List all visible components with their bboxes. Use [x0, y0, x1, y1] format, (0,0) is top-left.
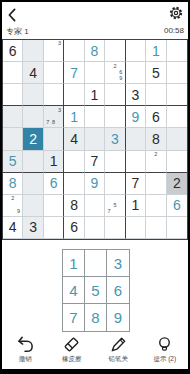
pad-key-2[interactable] — [85, 250, 107, 277]
cell-r9c8[interactable] — [146, 217, 166, 239]
cell-r2c7[interactable] — [126, 62, 146, 84]
cell-r9c1[interactable]: 4 — [3, 217, 23, 239]
cell-r7c8[interactable] — [146, 173, 166, 195]
cell-r4c8[interactable]: 6 — [146, 106, 166, 128]
pencil-marks-r1c3: 3 — [45, 41, 62, 60]
cell-r2c6[interactable]: 269 — [105, 62, 125, 84]
cell-r7c2[interactable] — [23, 173, 43, 195]
cell-r3c5[interactable]: 1 — [85, 84, 105, 106]
cell-r6c8[interactable]: 2 — [146, 151, 166, 173]
bulb-icon — [155, 335, 174, 354]
eraser-button[interactable]: 橡皮擦 — [49, 333, 96, 369]
sudoku-app: 专家 1 00:58 63814726951337819624385172869… — [2, 2, 188, 369]
cell-r5c1[interactable] — [3, 128, 23, 150]
cell-r5c8[interactable]: 8 — [146, 128, 166, 150]
hint-label: 提示 (2) — [153, 355, 176, 364]
cell-r5c2[interactable]: 2 — [23, 128, 43, 150]
cell-r4c1[interactable] — [3, 106, 23, 128]
pad-key-6[interactable]: 6 — [107, 277, 129, 304]
cell-r8c8[interactable] — [146, 195, 166, 217]
cell-r5c4[interactable]: 4 — [64, 128, 84, 150]
cell-r4c3[interactable]: 378 — [44, 106, 64, 128]
cell-r4c5[interactable] — [85, 106, 105, 128]
cell-r9c6[interactable] — [105, 217, 125, 239]
cell-r5c9[interactable] — [167, 128, 187, 150]
cell-r4c6[interactable] — [105, 106, 125, 128]
pad-key-9[interactable]: 9 — [107, 304, 129, 331]
cell-r2c9[interactable] — [167, 62, 187, 84]
cell-r9c3[interactable] — [44, 217, 64, 239]
cell-r7c5[interactable]: 9 — [85, 173, 105, 195]
pencil-label: 铅笔关 — [109, 355, 129, 364]
pad-key-3[interactable]: 3 — [107, 250, 129, 277]
cell-r3c1[interactable] — [3, 84, 23, 106]
cell-r3c6[interactable] — [105, 84, 125, 106]
cell-r4c7[interactable]: 9 — [126, 106, 146, 128]
pencil-marks-r8c6: 57 — [106, 196, 123, 215]
cell-r3c4[interactable] — [64, 84, 84, 106]
cell-r8c7[interactable]: 1 — [126, 195, 146, 217]
cell-r9c5[interactable] — [85, 217, 105, 239]
sudoku-grid: 6381472695133781962438517286972298571643… — [2, 39, 188, 240]
cell-r1c4[interactable] — [64, 40, 84, 62]
pad-key-8[interactable]: 8 — [85, 304, 107, 331]
cell-r7c1[interactable]: 8 — [3, 173, 23, 195]
cell-r8c5[interactable] — [85, 195, 105, 217]
cell-r6c1[interactable]: 5 — [3, 151, 23, 173]
difficulty-label: 专家 1 — [6, 26, 29, 37]
cell-r1c1[interactable]: 6 — [3, 40, 23, 62]
cell-r4c4[interactable]: 1 — [64, 106, 84, 128]
cell-r6c9[interactable] — [167, 151, 187, 173]
cell-r9c4[interactable]: 6 — [64, 217, 84, 239]
cell-r1c3[interactable]: 3 — [44, 40, 64, 62]
cell-r5c6[interactable]: 3 — [105, 128, 125, 150]
cell-r8c3[interactable] — [44, 195, 64, 217]
cell-r9c9[interactable] — [167, 217, 187, 239]
pencil-icon — [109, 335, 128, 354]
cell-r7c7[interactable]: 7 — [126, 173, 146, 195]
cell-r6c3[interactable]: 1 — [44, 151, 64, 173]
number-pad: 13456789 — [62, 249, 130, 332]
cell-r7c9[interactable]: 2 — [167, 173, 187, 195]
cell-r1c2[interactable] — [23, 40, 43, 62]
cell-r2c3[interactable] — [44, 62, 64, 84]
cell-r1c9[interactable] — [167, 40, 187, 62]
cell-r1c8[interactable]: 1 — [146, 40, 166, 62]
back-button[interactable] — [5, 7, 21, 23]
pencil-marks-r2c6: 269 — [106, 63, 123, 82]
cell-r8c9[interactable]: 6 — [167, 195, 187, 217]
cell-r8c6[interactable]: 57 — [105, 195, 125, 217]
undo-label: 撤销 — [19, 355, 32, 364]
back-chevron-icon — [5, 7, 21, 23]
pencil-marks-r8c1: 29 — [4, 196, 21, 215]
pencil-button[interactable]: 铅笔关 — [95, 333, 142, 369]
cell-r3c7[interactable]: 3 — [126, 84, 146, 106]
undo-icon — [16, 335, 35, 354]
cell-r2c1[interactable] — [3, 62, 23, 84]
cell-r4c2[interactable] — [23, 106, 43, 128]
cell-r2c5[interactable] — [85, 62, 105, 84]
hint-button[interactable]: 提示 (2) — [142, 333, 189, 369]
cell-r2c2[interactable]: 4 — [23, 62, 43, 84]
cell-r9c2[interactable]: 3 — [23, 217, 43, 239]
pad-key-4[interactable]: 4 — [63, 277, 85, 304]
cell-r8c1[interactable]: 29 — [3, 195, 23, 217]
cell-r6c7[interactable] — [126, 151, 146, 173]
cell-r1c5[interactable]: 8 — [85, 40, 105, 62]
cell-r2c4[interactable]: 7 — [64, 62, 84, 84]
cell-r5c7[interactable] — [126, 128, 146, 150]
cell-r7c6[interactable] — [105, 173, 125, 195]
cell-r9c7[interactable] — [126, 217, 146, 239]
gear-icon — [168, 5, 184, 21]
cell-r3c8[interactable] — [146, 84, 166, 106]
cell-r6c4[interactable] — [64, 151, 84, 173]
cell-r5c3[interactable] — [44, 128, 64, 150]
cell-r7c3[interactable]: 6 — [44, 173, 64, 195]
cell-r7c4[interactable] — [64, 173, 84, 195]
cell-r3c3[interactable] — [44, 84, 64, 106]
pad-key-7[interactable]: 7 — [63, 304, 85, 331]
cell-r3c9[interactable] — [167, 84, 187, 106]
pencil-marks-r6c8: 2 — [147, 152, 164, 171]
cell-r6c6[interactable] — [105, 151, 125, 173]
cell-r1c6[interactable] — [105, 40, 125, 62]
cell-r1c7[interactable] — [126, 40, 146, 62]
pad-key-5[interactable]: 5 — [85, 277, 107, 304]
cell-r4c9[interactable] — [167, 106, 187, 128]
pencil-marks-r4c3: 378 — [45, 107, 62, 126]
eraser-label: 橡皮擦 — [62, 355, 82, 364]
undo-button[interactable]: 撤销 — [2, 333, 49, 369]
eraser-icon — [62, 335, 81, 354]
cell-r3c2[interactable] — [23, 84, 43, 106]
settings-button[interactable] — [168, 5, 184, 21]
cell-r6c2[interactable] — [23, 151, 43, 173]
pad-key-1[interactable]: 1 — [63, 250, 85, 277]
cell-r8c4[interactable]: 8 — [64, 195, 84, 217]
cell-r2c8[interactable]: 5 — [146, 62, 166, 84]
cell-r8c2[interactable] — [23, 195, 43, 217]
cell-r6c5[interactable]: 7 — [85, 151, 105, 173]
bottom-toolbar: 撤销 橡皮擦 铅笔关 提示 (2) — [2, 333, 188, 369]
game-timer: 00:58 — [164, 26, 184, 35]
cell-r5c5[interactable] — [85, 128, 105, 150]
